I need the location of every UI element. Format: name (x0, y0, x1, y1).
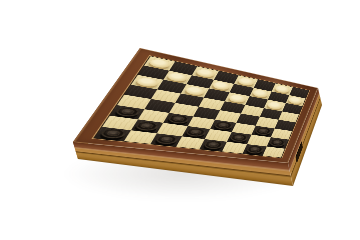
piece-black[interactable] (245, 145, 264, 154)
piece-black[interactable] (98, 128, 127, 139)
checkers-product-photo (0, 0, 360, 240)
board-grid (93, 56, 309, 158)
piece-black[interactable] (154, 135, 179, 146)
fold-hinge-slot (295, 141, 303, 164)
piece-black[interactable] (202, 140, 224, 150)
square-h1[interactable] (262, 146, 284, 157)
